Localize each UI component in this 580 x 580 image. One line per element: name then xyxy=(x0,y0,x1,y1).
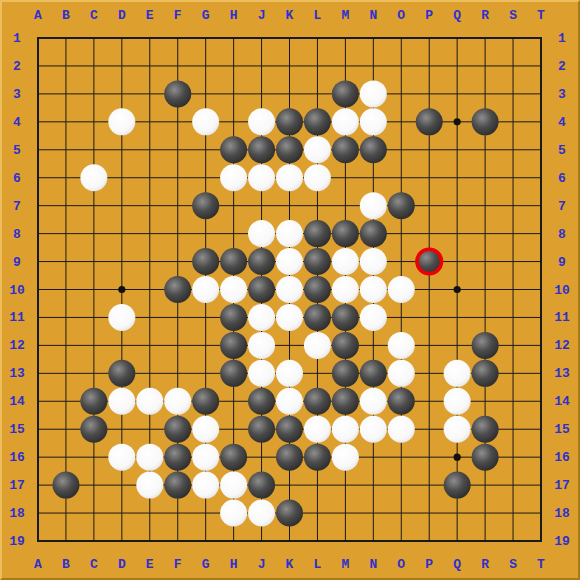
stone-black-F3[interactable] xyxy=(164,80,191,107)
coord-right-18: 18 xyxy=(554,506,570,521)
stone-white-M15[interactable] xyxy=(332,416,359,443)
coord-left-8: 8 xyxy=(13,226,21,241)
stone-black-R16[interactable] xyxy=(472,444,499,471)
stone-white-D14[interactable] xyxy=(108,388,135,415)
stone-white-M10[interactable] xyxy=(332,276,359,303)
stone-black-F17[interactable] xyxy=(164,472,191,499)
coord-right-11: 11 xyxy=(554,310,570,325)
stone-white-O13[interactable] xyxy=(388,360,415,387)
stone-black-M12[interactable] xyxy=(332,332,359,359)
stone-black-C15[interactable] xyxy=(80,416,107,443)
stone-white-G17[interactable] xyxy=(192,472,219,499)
stone-white-G10[interactable] xyxy=(192,276,219,303)
stone-black-R4[interactable] xyxy=(472,108,499,135)
stone-black-K4[interactable] xyxy=(276,108,303,135)
coord-left-11: 11 xyxy=(9,310,25,325)
star-point-Q10 xyxy=(454,286,461,293)
stone-black-L4[interactable] xyxy=(304,108,331,135)
stones xyxy=(52,80,498,526)
star-point-Q16 xyxy=(454,454,461,461)
stone-black-F16[interactable] xyxy=(164,444,191,471)
stone-white-K9[interactable] xyxy=(276,248,303,275)
coord-left-10: 10 xyxy=(9,282,25,297)
stone-black-Q17[interactable] xyxy=(444,472,471,499)
stone-black-R12[interactable] xyxy=(472,332,499,359)
coord-right-3: 3 xyxy=(558,86,566,101)
stone-white-O10[interactable] xyxy=(388,276,415,303)
coord-top-R: R xyxy=(481,8,489,23)
stone-white-N7[interactable] xyxy=(360,192,387,219)
coord-left-5: 5 xyxy=(13,142,21,157)
stone-white-G4[interactable] xyxy=(192,108,219,135)
stone-black-G9[interactable] xyxy=(192,248,219,275)
coord-top-G: G xyxy=(202,8,210,23)
coord-left-3: 3 xyxy=(13,86,21,101)
stone-white-K13[interactable] xyxy=(276,360,303,387)
stone-black-H9[interactable] xyxy=(220,248,247,275)
stone-white-K6[interactable] xyxy=(276,164,303,191)
coord-right-7: 7 xyxy=(558,198,566,213)
stone-white-L12[interactable] xyxy=(304,332,331,359)
stone-white-M4[interactable] xyxy=(332,108,359,135)
stone-white-Q14[interactable] xyxy=(444,388,471,415)
coord-left-6: 6 xyxy=(13,170,21,185)
stone-black-J15[interactable] xyxy=(248,416,275,443)
stone-black-H13[interactable] xyxy=(220,360,247,387)
coord-top-S: S xyxy=(509,8,517,23)
coord-right-4: 4 xyxy=(558,114,566,129)
stone-white-Q15[interactable] xyxy=(444,416,471,443)
stone-black-L9[interactable] xyxy=(304,248,331,275)
coord-bottom-F: F xyxy=(174,557,182,572)
coord-top-J: J xyxy=(258,8,266,23)
coord-right-2: 2 xyxy=(558,58,566,73)
stone-white-N14[interactable] xyxy=(360,388,387,415)
coord-right-14: 14 xyxy=(554,394,570,409)
stone-white-E14[interactable] xyxy=(136,388,163,415)
coord-left-2: 2 xyxy=(13,58,21,73)
stone-black-H12[interactable] xyxy=(220,332,247,359)
coord-left-9: 9 xyxy=(13,254,21,269)
coord-top-F: F xyxy=(174,8,182,23)
stone-white-O12[interactable] xyxy=(388,332,415,359)
stone-black-M3[interactable] xyxy=(332,80,359,107)
coord-bottom-J: J xyxy=(258,557,266,572)
stone-white-N10[interactable] xyxy=(360,276,387,303)
stone-black-J10[interactable] xyxy=(248,276,275,303)
coord-right-15: 15 xyxy=(554,422,570,437)
coord-top-K: K xyxy=(286,8,294,23)
stone-black-N13[interactable] xyxy=(360,360,387,387)
coord-top-D: D xyxy=(118,8,126,23)
stone-black-M13[interactable] xyxy=(332,360,359,387)
coord-left-12: 12 xyxy=(9,338,25,353)
coord-right-17: 17 xyxy=(554,478,570,493)
stone-black-K15[interactable] xyxy=(276,416,303,443)
stone-white-D4[interactable] xyxy=(108,108,135,135)
stone-white-E16[interactable] xyxy=(136,444,163,471)
stone-black-M8[interactable] xyxy=(332,220,359,247)
coord-bottom-H: H xyxy=(230,557,238,572)
stone-black-R13[interactable] xyxy=(472,360,499,387)
coord-left-1: 1 xyxy=(13,31,21,46)
coord-right-13: 13 xyxy=(554,366,570,381)
coord-right-12: 12 xyxy=(554,338,570,353)
stone-white-N4[interactable] xyxy=(360,108,387,135)
stone-black-J9[interactable] xyxy=(248,248,275,275)
stone-white-J4[interactable] xyxy=(248,108,275,135)
stone-black-K5[interactable] xyxy=(276,136,303,163)
stone-black-F10[interactable] xyxy=(164,276,191,303)
coord-bottom-M: M xyxy=(341,557,349,572)
coord-top-B: B xyxy=(62,8,70,23)
coord-left-4: 4 xyxy=(13,114,21,129)
coord-top-A: A xyxy=(34,8,42,23)
stone-black-L16[interactable] xyxy=(304,444,331,471)
coord-top-P: P xyxy=(425,8,433,23)
coord-top-E: E xyxy=(146,8,154,23)
stone-black-H11[interactable] xyxy=(220,304,247,331)
stone-white-H6[interactable] xyxy=(220,164,247,191)
coord-right-9: 9 xyxy=(558,254,566,269)
coord-bottom-T: T xyxy=(537,557,545,572)
coord-top-M: M xyxy=(341,8,349,23)
stone-white-L6[interactable] xyxy=(304,164,331,191)
stone-black-H16[interactable] xyxy=(220,444,247,471)
stone-white-J8[interactable] xyxy=(248,220,275,247)
stone-white-J18[interactable] xyxy=(248,500,275,527)
stone-black-K16[interactable] xyxy=(276,444,303,471)
stone-white-J11[interactable] xyxy=(248,304,275,331)
stone-white-L15[interactable] xyxy=(304,416,331,443)
coord-top-N: N xyxy=(369,8,377,23)
coord-bottom-S: S xyxy=(509,557,517,572)
stone-white-O15[interactable] xyxy=(388,416,415,443)
coord-top-T: T xyxy=(537,8,545,23)
stone-white-H10[interactable] xyxy=(220,276,247,303)
stone-white-C6[interactable] xyxy=(80,164,107,191)
stone-white-M16[interactable] xyxy=(332,444,359,471)
stone-black-G14[interactable] xyxy=(192,388,219,415)
stone-white-K14[interactable] xyxy=(276,388,303,415)
stone-black-B17[interactable] xyxy=(52,472,79,499)
stone-white-K10[interactable] xyxy=(276,276,303,303)
stone-black-D13[interactable] xyxy=(108,360,135,387)
star-point-Q4 xyxy=(454,118,461,125)
coord-bottom-R: R xyxy=(481,557,489,572)
stone-black-O7[interactable] xyxy=(388,192,415,219)
stone-white-E17[interactable] xyxy=(136,472,163,499)
stone-white-D11[interactable] xyxy=(108,304,135,331)
stone-white-L5[interactable] xyxy=(304,136,331,163)
coord-right-10: 10 xyxy=(554,282,570,297)
coord-right-6: 6 xyxy=(558,170,566,185)
stone-white-J12[interactable] xyxy=(248,332,275,359)
coord-right-8: 8 xyxy=(558,226,566,241)
stone-white-J13[interactable] xyxy=(248,360,275,387)
stone-black-N5[interactable] xyxy=(360,136,387,163)
stone-black-J5[interactable] xyxy=(248,136,275,163)
stone-white-G16[interactable] xyxy=(192,444,219,471)
coord-bottom-Q: Q xyxy=(453,557,461,572)
coord-left-14: 14 xyxy=(9,394,25,409)
go-board-app: ABCDEFGHJKLMNOPQRST ABCDEFGHJKLMNOPQRST … xyxy=(0,0,580,580)
stone-white-G15[interactable] xyxy=(192,416,219,443)
stone-black-M11[interactable] xyxy=(332,304,359,331)
stone-white-M9[interactable] xyxy=(332,248,359,275)
stone-black-N8[interactable] xyxy=(360,220,387,247)
stone-black-R15[interactable] xyxy=(472,416,499,443)
stone-white-N9[interactable] xyxy=(360,248,387,275)
coord-right-5: 5 xyxy=(558,142,566,157)
stone-black-H5[interactable] xyxy=(220,136,247,163)
stone-black-C14[interactable] xyxy=(80,388,107,415)
coord-top-C: C xyxy=(90,8,98,23)
coord-left-15: 15 xyxy=(9,422,25,437)
stone-white-H18[interactable] xyxy=(220,500,247,527)
stone-black-M5[interactable] xyxy=(332,136,359,163)
stone-black-J17[interactable] xyxy=(248,472,275,499)
coord-bottom-D: D xyxy=(118,557,126,572)
star-point-D10 xyxy=(118,286,125,293)
coord-bottom-G: G xyxy=(202,557,210,572)
coord-left-7: 7 xyxy=(13,198,21,213)
coord-left-13: 13 xyxy=(9,366,25,381)
coord-bottom-E: E xyxy=(146,557,154,572)
coord-top-Q: Q xyxy=(453,8,461,23)
stone-white-H17[interactable] xyxy=(220,472,247,499)
coord-left-18: 18 xyxy=(9,506,25,521)
stone-white-Q13[interactable] xyxy=(444,360,471,387)
stone-black-J14[interactable] xyxy=(248,388,275,415)
stone-black-L11[interactable] xyxy=(304,304,331,331)
coord-top-O: O xyxy=(397,8,405,23)
stone-white-J6[interactable] xyxy=(248,164,275,191)
stone-white-N11[interactable] xyxy=(360,304,387,331)
coord-left-19: 19 xyxy=(9,534,25,549)
coord-left-17: 17 xyxy=(9,478,25,493)
coord-left-16: 16 xyxy=(9,450,25,465)
stone-white-K8[interactable] xyxy=(276,220,303,247)
stone-black-L14[interactable] xyxy=(304,388,331,415)
stone-black-K18[interactable] xyxy=(276,500,303,527)
stone-white-F14[interactable] xyxy=(164,388,191,415)
stone-white-K11[interactable] xyxy=(276,304,303,331)
coord-bottom-N: N xyxy=(369,557,377,572)
coord-top-L: L xyxy=(314,8,322,23)
coord-bottom-C: C xyxy=(90,557,98,572)
go-board[interactable] xyxy=(0,0,580,580)
coord-bottom-B: B xyxy=(62,557,70,572)
coord-bottom-P: P xyxy=(425,557,433,572)
coord-bottom-L: L xyxy=(314,557,322,572)
coord-bottom-K: K xyxy=(286,557,294,572)
stone-black-G7[interactable] xyxy=(192,192,219,219)
stone-black-L10[interactable] xyxy=(304,276,331,303)
coord-bottom-O: O xyxy=(397,557,405,572)
stone-black-P4[interactable] xyxy=(416,108,443,135)
coord-right-19: 19 xyxy=(554,534,570,549)
coord-top-H: H xyxy=(230,8,238,23)
coord-right-16: 16 xyxy=(554,450,570,465)
stone-black-M14[interactable] xyxy=(332,388,359,415)
stone-black-F15[interactable] xyxy=(164,416,191,443)
coord-bottom-A: A xyxy=(34,557,42,572)
stone-white-N15[interactable] xyxy=(360,416,387,443)
stone-white-N3[interactable] xyxy=(360,80,387,107)
stone-white-D16[interactable] xyxy=(108,444,135,471)
stone-black-O14[interactable] xyxy=(388,388,415,415)
coord-right-1: 1 xyxy=(558,31,566,46)
stone-black-L8[interactable] xyxy=(304,220,331,247)
